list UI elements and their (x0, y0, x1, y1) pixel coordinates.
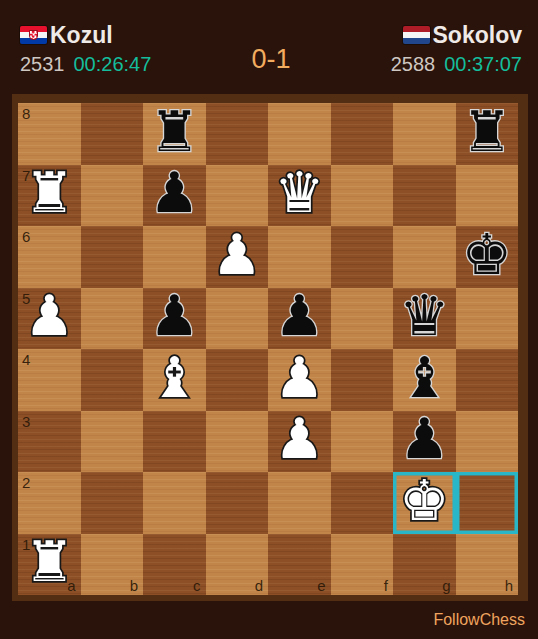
player-white-panel: Kozul 2531 00:26:47 (20, 22, 151, 76)
square-c7[interactable]: ♟ (143, 165, 206, 227)
square-e1[interactable]: e (268, 534, 331, 596)
black-player-name: Sokolov (433, 24, 522, 47)
square-a5[interactable]: 5♟ (18, 288, 81, 350)
white-queen: ♛ (274, 165, 324, 221)
square-a3[interactable]: 3 (18, 411, 81, 473)
file-label-f: f (384, 578, 388, 593)
black-rook: ♜ (149, 104, 199, 160)
square-a8[interactable]: 8 (18, 103, 81, 165)
square-h1[interactable]: h (456, 534, 519, 596)
square-f4[interactable] (331, 349, 394, 411)
square-f2[interactable] (331, 472, 394, 534)
square-g8[interactable] (393, 103, 456, 165)
white-player-name: Kozul (50, 24, 113, 47)
square-h3[interactable] (456, 411, 519, 473)
white-rook: ♜ (24, 534, 74, 590)
board-frame: 8♜♜7♜♟♛6♟♚5♟♟♟♛4♝♟♝3♟♟2♚1a♜bcdefgh (12, 94, 528, 601)
chess-board: 8♜♜7♜♟♛6♟♚5♟♟♟♛4♝♟♝3♟♟2♚1a♜bcdefgh (18, 103, 518, 595)
square-b3[interactable] (81, 411, 144, 473)
square-f7[interactable] (331, 165, 394, 227)
square-e3[interactable]: ♟ (268, 411, 331, 473)
square-d8[interactable] (206, 103, 269, 165)
square-a4[interactable]: 4 (18, 349, 81, 411)
square-b4[interactable] (81, 349, 144, 411)
white-rook: ♜ (24, 165, 74, 221)
game-result: 0-1 (251, 46, 290, 73)
file-label-g: g (442, 578, 450, 593)
square-h8[interactable]: ♜ (456, 103, 519, 165)
square-d4[interactable] (206, 349, 269, 411)
black-pawn: ♟ (274, 288, 324, 344)
netherlands-flag-icon (403, 26, 430, 44)
file-label-e: e (317, 578, 325, 593)
black-pawn: ♟ (399, 411, 449, 467)
square-g7[interactable] (393, 165, 456, 227)
square-g2[interactable]: ♚ (393, 472, 456, 534)
white-player-rating: 2531 (20, 53, 65, 76)
square-d6[interactable]: ♟ (206, 226, 269, 288)
square-e6[interactable] (268, 226, 331, 288)
square-e8[interactable] (268, 103, 331, 165)
black-rook: ♜ (462, 104, 512, 160)
square-f6[interactable] (331, 226, 394, 288)
square-e2[interactable] (268, 472, 331, 534)
square-g6[interactable] (393, 226, 456, 288)
square-e4[interactable]: ♟ (268, 349, 331, 411)
square-f5[interactable] (331, 288, 394, 350)
white-pawn: ♟ (274, 350, 324, 406)
square-b2[interactable] (81, 472, 144, 534)
square-d2[interactable] (206, 472, 269, 534)
square-f1[interactable]: f (331, 534, 394, 596)
black-pawn: ♟ (149, 288, 199, 344)
black-pawn: ♟ (149, 165, 199, 221)
square-a7[interactable]: 7♜ (18, 165, 81, 227)
rank-label-6: 6 (22, 229, 30, 244)
square-h4[interactable] (456, 349, 519, 411)
square-c8[interactable]: ♜ (143, 103, 206, 165)
white-bishop: ♝ (149, 350, 199, 406)
square-g3[interactable]: ♟ (393, 411, 456, 473)
black-player-clock: 00:37:07 (444, 53, 522, 76)
square-e5[interactable]: ♟ (268, 288, 331, 350)
followchess-app: Kozul 2531 00:26:47 0-1 Sokolov 2588 00:… (0, 0, 538, 639)
square-c1[interactable]: c (143, 534, 206, 596)
square-b8[interactable] (81, 103, 144, 165)
white-player-clock: 00:26:47 (74, 53, 152, 76)
file-label-h: h (505, 578, 513, 593)
rank-label-3: 3 (22, 414, 30, 429)
square-g4[interactable]: ♝ (393, 349, 456, 411)
square-b1[interactable]: b (81, 534, 144, 596)
file-label-c: c (193, 578, 201, 593)
croatia-flag-icon (20, 26, 47, 44)
rank-label-4: 4 (22, 352, 30, 367)
followchess-brand: FollowChess (433, 611, 525, 629)
square-d3[interactable] (206, 411, 269, 473)
square-a1[interactable]: 1a♜ (18, 534, 81, 596)
square-d5[interactable] (206, 288, 269, 350)
white-pawn: ♟ (24, 288, 74, 344)
square-a2[interactable]: 2 (18, 472, 81, 534)
square-e7[interactable]: ♛ (268, 165, 331, 227)
square-c4[interactable]: ♝ (143, 349, 206, 411)
square-c2[interactable] (143, 472, 206, 534)
game-header: Kozul 2531 00:26:47 0-1 Sokolov 2588 00:… (0, 0, 538, 94)
square-b5[interactable] (81, 288, 144, 350)
white-pawn: ♟ (274, 411, 324, 467)
square-c6[interactable] (143, 226, 206, 288)
black-king: ♚ (462, 227, 512, 283)
square-b6[interactable] (81, 226, 144, 288)
square-f8[interactable] (331, 103, 394, 165)
square-b7[interactable] (81, 165, 144, 227)
white-pawn: ♟ (212, 227, 262, 283)
player-black-panel: Sokolov 2588 00:37:07 (391, 22, 522, 76)
square-h5[interactable] (456, 288, 519, 350)
white-king: ♚ (399, 473, 449, 529)
rank-label-2: 2 (22, 475, 30, 490)
square-f3[interactable] (331, 411, 394, 473)
square-d7[interactable] (206, 165, 269, 227)
rank-label-8: 8 (22, 106, 30, 121)
square-c5[interactable]: ♟ (143, 288, 206, 350)
square-h7[interactable] (456, 165, 519, 227)
square-d1[interactable]: d (206, 534, 269, 596)
square-a6[interactable]: 6 (18, 226, 81, 288)
square-g5[interactable]: ♛ (393, 288, 456, 350)
square-h2[interactable] (456, 472, 519, 534)
file-label-b: b (130, 578, 138, 593)
file-label-d: d (255, 578, 263, 593)
black-queen: ♛ (399, 288, 449, 344)
square-g1[interactable]: g (393, 534, 456, 596)
square-c3[interactable] (143, 411, 206, 473)
footer-bar: FollowChess (0, 601, 538, 639)
black-bishop: ♝ (399, 350, 449, 406)
black-player-rating: 2588 (391, 53, 436, 76)
square-h6[interactable]: ♚ (456, 226, 519, 288)
